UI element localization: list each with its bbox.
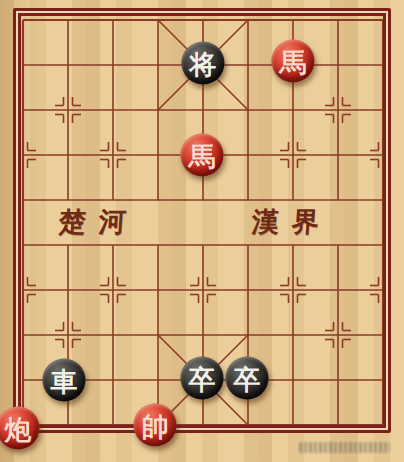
piece-black-soldier[interactable]: 卒 — [181, 357, 224, 400]
piece-character: 馬 — [280, 47, 307, 75]
river-label-right: 漢界 — [251, 205, 333, 239]
piece-character: 馬 — [189, 141, 216, 169]
piece-red-general[interactable]: 帥 — [134, 404, 177, 447]
piece-character: 車 — [51, 366, 78, 394]
piece-black-soldier[interactable]: 卒 — [226, 357, 269, 400]
piece-character: 卒 — [189, 364, 216, 392]
xiangqi-board: 楚河 漢界 将馬馬車卒卒帥炮 — [0, 0, 404, 462]
piece-character: 将 — [190, 49, 217, 77]
piece-character: 炮 — [5, 414, 32, 442]
piece-red-horse[interactable]: 馬 — [272, 40, 315, 83]
piece-red-horse[interactable]: 馬 — [181, 134, 224, 177]
watermark — [299, 442, 390, 453]
piece-black-general[interactable]: 将 — [182, 42, 225, 85]
piece-character: 帥 — [142, 411, 169, 439]
piece-character: 卒 — [234, 364, 261, 392]
piece-black-chariot[interactable]: 車 — [43, 359, 86, 402]
river-label-left: 楚河 — [58, 205, 140, 239]
